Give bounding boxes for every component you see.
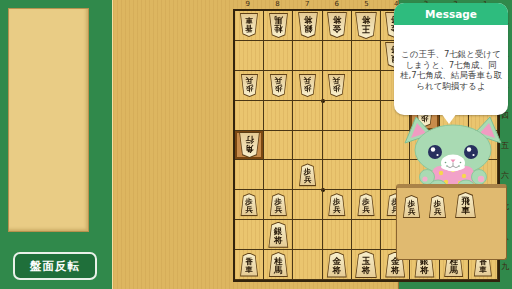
piece-pawn-gote[interactable]: 歩兵 [240,74,259,97]
piece-rook-sente[interactable]: 飛車 [454,192,477,218]
square-7-1[interactable]: 銀将 [293,11,322,41]
piece-gold-sente[interactable]: 金将 [326,252,348,278]
piece-pawn-sente[interactable]: 歩兵 [356,193,375,216]
piece-silver-sente[interactable]: 銀将 [267,222,289,248]
piece-lance-gote[interactable]: 香車 [239,13,259,37]
shogi-board-panel: 987654321 一二三四五六七八九 香車桂馬銀将金将王将金将桂馬香車銀将角行… [112,0,399,289]
square-7-2[interactable] [293,41,322,71]
square-6-3[interactable]: 歩兵 [323,71,352,101]
piece-knight-gote[interactable]: 桂馬 [268,13,289,38]
square-9-8[interactable] [235,220,264,250]
square-8-1[interactable]: 桂馬 [264,11,293,41]
square-6-2[interactable] [323,41,352,71]
square-6-5[interactable] [323,131,352,161]
piece-pawn-sente[interactable]: 歩兵 [402,195,421,218]
piece-pawn-gote[interactable]: 歩兵 [327,74,346,97]
gote-piece-stand [8,8,89,232]
square-7-4[interactable] [293,101,322,131]
square-6-6[interactable] [323,160,352,190]
square-5-9[interactable]: 玉将 [352,250,381,280]
message-title: Message [394,3,508,25]
piece-pawn-sente[interactable]: 歩兵 [240,193,259,216]
square-5-5[interactable] [352,131,381,161]
square-5-6[interactable] [352,160,381,190]
square-6-8[interactable] [323,220,352,250]
square-5-3[interactable] [352,71,381,101]
cat-mascot-illustration [402,116,502,188]
message-panel: Message この王手、7七銀と受けてしまうと、7七角成、同桂,7七角成、結局… [394,3,508,115]
piece-pawn-sente[interactable]: 歩兵 [298,163,317,186]
piece-pawn-sente[interactable]: 歩兵 [327,193,346,216]
square-8-2[interactable] [264,41,293,71]
piece-pawn-sente[interactable]: 歩兵 [269,193,288,216]
file-label-6: 6 [322,0,352,9]
piece-king-sente[interactable]: 玉将 [354,251,378,278]
square-7-9[interactable] [293,250,322,280]
message-text: この王手、7七銀と受けてしまうと、7七角成、同桂,7七角成、結局香車も取られて駒… [394,25,508,115]
flip-board-button[interactable]: 盤面反転 [13,252,97,280]
square-7-5[interactable] [293,131,322,161]
square-8-3[interactable]: 歩兵 [264,71,293,101]
piece-pawn-gote[interactable]: 歩兵 [298,74,317,97]
piece-pawn-sente[interactable]: 歩兵 [428,195,447,218]
file-label-9: 9 [233,0,263,9]
square-8-5[interactable] [264,131,293,161]
square-7-8[interactable] [293,220,322,250]
square-5-4[interactable] [352,101,381,131]
square-5-7[interactable]: 歩兵 [352,190,381,220]
sente-hand-pieces: 歩兵歩兵飛車 [397,188,506,218]
piece-bishop-gote[interactable]: 角行 [238,132,261,158]
square-5-2[interactable] [352,41,381,71]
square-9-9[interactable]: 香車 [235,250,264,280]
file-label-7: 7 [292,0,322,9]
square-7-3[interactable]: 歩兵 [293,71,322,101]
piece-silver-gote[interactable]: 銀将 [297,12,319,38]
square-6-4[interactable] [323,101,352,131]
square-5-1[interactable]: 王将 [352,11,381,41]
message-bubble-tail [441,113,457,124]
file-label-8: 8 [263,0,293,9]
square-9-4[interactable] [235,101,264,131]
square-8-9[interactable]: 桂馬 [264,250,293,280]
square-9-1[interactable]: 香車 [235,11,264,41]
square-7-7[interactable] [293,190,322,220]
square-9-7[interactable]: 歩兵 [235,190,264,220]
file-label-5: 5 [352,0,382,9]
square-9-6[interactable] [235,160,264,190]
square-6-1[interactable]: 金将 [323,11,352,41]
piece-knight-sente[interactable]: 桂馬 [268,252,289,277]
square-8-7[interactable]: 歩兵 [264,190,293,220]
piece-lance-sente[interactable]: 香車 [239,253,259,277]
square-6-7[interactable]: 歩兵 [323,190,352,220]
square-8-6[interactable] [264,160,293,190]
piece-gold-gote[interactable]: 金将 [326,12,348,38]
square-9-5[interactable]: 角行 [235,131,264,161]
piece-pawn-gote[interactable]: 歩兵 [269,74,288,97]
sente-piece-stand: 歩兵歩兵飛車 [396,184,507,260]
square-9-3[interactable]: 歩兵 [235,71,264,101]
square-5-8[interactable] [352,220,381,250]
square-9-2[interactable] [235,41,264,71]
piece-king-gote[interactable]: 王将 [354,12,378,39]
square-6-9[interactable]: 金将 [323,250,352,280]
shogi-app-screen: 987654321 一二三四五六七八九 香車桂馬銀将金将王将金将桂馬香車銀将角行… [0,0,512,289]
square-8-4[interactable] [264,101,293,131]
square-8-8[interactable]: 銀将 [264,220,293,250]
square-7-6[interactable]: 歩兵 [293,160,322,190]
